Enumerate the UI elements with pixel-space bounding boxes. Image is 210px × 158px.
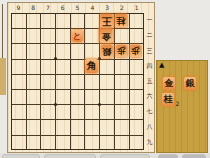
file-label: 3 (100, 3, 115, 12)
toolbar-button[interactable] (2, 154, 40, 158)
star-point (98, 103, 101, 106)
board-square-9三[interactable] (12, 44, 27, 59)
board-square-2八[interactable] (115, 120, 130, 135)
board-square-1八[interactable] (130, 120, 145, 135)
board-square-8七[interactable] (27, 105, 42, 120)
board-piece-gote-金[interactable]: 金 (100, 29, 113, 43)
board-square-4五[interactable] (86, 75, 101, 90)
board-square-8六[interactable] (27, 90, 42, 105)
file-label: 2 (114, 3, 129, 12)
board-square-9六[interactable] (12, 90, 27, 105)
board-square-1九[interactable] (130, 136, 145, 151)
toolbar-button[interactable] (182, 154, 206, 158)
hand-piece-桂[interactable]: 桂 (162, 93, 174, 106)
board-square-6七[interactable] (56, 105, 71, 120)
board-square-5七[interactable] (71, 105, 86, 120)
board-square-3八[interactable] (100, 120, 115, 135)
star-point (98, 57, 101, 60)
board-square-5八[interactable] (71, 120, 86, 135)
file-label: 7 (41, 3, 56, 12)
board-piece-gote-桂[interactable]: 桂 (115, 14, 127, 27)
board-square-2二[interactable] (115, 29, 130, 44)
komadai-sente: ▲ (156, 60, 208, 153)
board-square-8四[interactable] (27, 60, 42, 75)
board-square-1一[interactable] (130, 14, 145, 29)
rank-label: 二 (145, 28, 154, 43)
hand-piece-count: 2 (176, 101, 180, 107)
board-piece-gote-銀[interactable]: 銀 (101, 45, 113, 58)
board-square-4一[interactable] (86, 14, 101, 29)
file-coordinate-labels: 987654321 (11, 3, 144, 12)
file-label: 8 (26, 3, 41, 12)
board-square-4二[interactable] (86, 29, 101, 44)
board-square-3五[interactable] (100, 75, 115, 90)
board-square-8九[interactable] (27, 136, 42, 151)
board-square-8三[interactable] (27, 44, 42, 59)
board-square-5九[interactable] (71, 136, 86, 151)
board-square-7一[interactable] (41, 14, 56, 29)
toolbar-button[interactable] (158, 154, 178, 158)
board-square-9一[interactable] (12, 14, 27, 29)
toolbar-button[interactable] (44, 154, 96, 158)
toolbar-cropped (0, 153, 210, 158)
board-square-6五[interactable] (56, 75, 71, 90)
board-square-2四[interactable] (115, 60, 130, 75)
rank-label: 六 (145, 89, 154, 104)
rank-label: 五 (145, 74, 154, 89)
file-label: 4 (85, 3, 100, 12)
rank-label: 八 (145, 120, 154, 135)
board-square-4八[interactable] (86, 120, 101, 135)
board-square-9五[interactable] (12, 75, 27, 90)
board-piece-gote-歩[interactable]: 歩 (130, 45, 141, 57)
board-piece-sente-と[interactable]: と (72, 30, 83, 42)
file-label: 9 (11, 3, 26, 12)
board-square-6三[interactable] (56, 44, 71, 59)
star-point (54, 57, 57, 60)
file-label: 6 (55, 3, 70, 12)
toolbar-button[interactable] (100, 154, 150, 158)
board-square-5一[interactable] (71, 14, 86, 29)
board-square-7八[interactable] (41, 120, 56, 135)
board-square-7七[interactable] (41, 105, 56, 120)
board-square-5三[interactable] (71, 44, 86, 59)
file-label: 1 (129, 3, 144, 12)
board-square-2五[interactable] (115, 75, 130, 90)
board-square-2九[interactable] (115, 136, 130, 151)
board-square-9七[interactable] (12, 105, 27, 120)
board-square-6九[interactable] (56, 136, 71, 151)
board-square-1五[interactable] (130, 75, 145, 90)
board-square-4七[interactable] (86, 105, 101, 120)
board-piece-gote-王[interactable]: 王 (100, 14, 113, 28)
board-square-5四[interactable] (71, 60, 86, 75)
rank-label: 九 (145, 135, 154, 150)
board-square-5六[interactable] (71, 90, 86, 105)
rank-label: 三 (145, 43, 154, 58)
board-piece-sente-角[interactable]: 角 (85, 59, 98, 73)
board-square-4九[interactable] (86, 136, 101, 151)
file-label: 5 (70, 3, 85, 12)
board-square-6四[interactable] (56, 60, 71, 75)
board-square-2六[interactable] (115, 90, 130, 105)
board-square-9九[interactable] (12, 136, 27, 151)
board-square-3四[interactable] (100, 60, 115, 75)
board-square-2七[interactable] (115, 105, 130, 120)
board-square-6八[interactable] (56, 120, 71, 135)
board-square-1七[interactable] (130, 105, 145, 120)
board-square-8二[interactable] (27, 29, 42, 44)
board-square-3六[interactable] (100, 90, 115, 105)
board-square-1四[interactable] (130, 60, 145, 75)
board-square-3七[interactable] (100, 105, 115, 120)
board-square-5五[interactable] (71, 75, 86, 90)
rank-label: 四 (145, 59, 154, 74)
board-square-3九[interactable] (100, 136, 115, 151)
tsume-shogi-widget: 987654321 一二三四五六七八九 ▲ 金銀桂2 王桂と金銀歩歩角 (0, 0, 210, 158)
rank-label: 七 (145, 104, 154, 119)
star-point (54, 103, 57, 106)
board-square-6二[interactable] (56, 29, 71, 44)
board-piece-gote-歩[interactable]: 歩 (116, 45, 127, 57)
hand-piece-銀[interactable]: 銀 (184, 77, 196, 90)
board-square-1六[interactable] (130, 90, 145, 105)
board-square-7九[interactable] (41, 136, 56, 151)
rank-coordinate-labels: 一二三四五六七八九 (145, 13, 154, 150)
left-cropped-stand (0, 58, 6, 95)
sente-marker-icon: ▲ (159, 62, 164, 69)
hand-piece-金[interactable]: 金 (163, 77, 175, 90)
board-square-7二[interactable] (41, 29, 56, 44)
board-square-9八[interactable] (12, 120, 27, 135)
board-square-8八[interactable] (27, 120, 42, 135)
board-square-6一[interactable] (56, 14, 71, 29)
board-square-7四[interactable] (41, 60, 56, 75)
board-square-6六[interactable] (56, 90, 71, 105)
board-square-8五[interactable] (27, 75, 42, 90)
board-square-8一[interactable] (27, 14, 42, 29)
board-square-9二[interactable] (12, 29, 27, 44)
board-square-7五[interactable] (41, 75, 56, 90)
rank-label: 一 (145, 13, 154, 28)
board-square-9四[interactable] (12, 60, 27, 75)
board-square-1二[interactable] (130, 29, 145, 44)
